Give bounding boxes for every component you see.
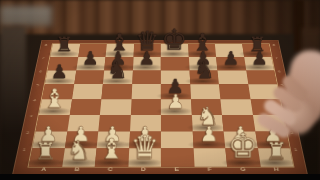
board-scene: ♜♝♛♚♝♜♟♟♟♟♟♟♟♞♞♟♝♟♞♟♟♟♟♟♟♟♜♞♝♛♚♜ ABCDEFG… [0, 0, 320, 180]
piece-black-n-c6[interactable]: ♞ [97, 58, 137, 81]
rank-label-5: 5 [278, 84, 290, 99]
piece-white-q-d1[interactable]: ♛ [121, 131, 167, 163]
square-h4 [250, 99, 283, 115]
letterbox-bar [0, 174, 320, 180]
rank-label-8: 8 [270, 44, 281, 57]
square-a4: ♝ [39, 99, 72, 115]
rank-label-7: 7 [272, 56, 283, 69]
rank-label-2: 2 [287, 131, 300, 148]
square-h7: ♟ [244, 57, 274, 70]
square-h6 [246, 70, 277, 84]
rank-label-6: 6 [275, 70, 286, 84]
square-c5 [101, 84, 131, 99]
square-g5 [219, 84, 250, 99]
board-grid: ♜♝♛♚♝♜♟♟♟♟♟♟♟♞♞♟♝♟♞♟♟♟♟♟♟♟♜♞♝♛♚♜ [27, 44, 294, 168]
video-frame: ♜♝♛♚♝♜♟♟♟♟♟♟♟♞♞♟♝♟♞♟♟♟♟♟♟♟♜♞♝♛♚♜ ABCDEFG… [0, 0, 320, 180]
rank-label-3: 3 [284, 114, 297, 130]
square-c4 [100, 99, 131, 115]
square-b5 [72, 84, 103, 99]
square-c6: ♞ [103, 70, 133, 84]
chess-board: ♜♝♛♚♝♜♟♟♟♟♟♟♟♞♞♟♝♟♞♟♟♟♟♟♟♟♜♞♝♛♚♜ ABCDEFG… [12, 40, 308, 175]
square-h5 [248, 84, 280, 99]
rank-label-4: 4 [281, 99, 293, 115]
square-h1: ♜ [258, 148, 294, 166]
square-d1: ♛ [128, 148, 161, 166]
